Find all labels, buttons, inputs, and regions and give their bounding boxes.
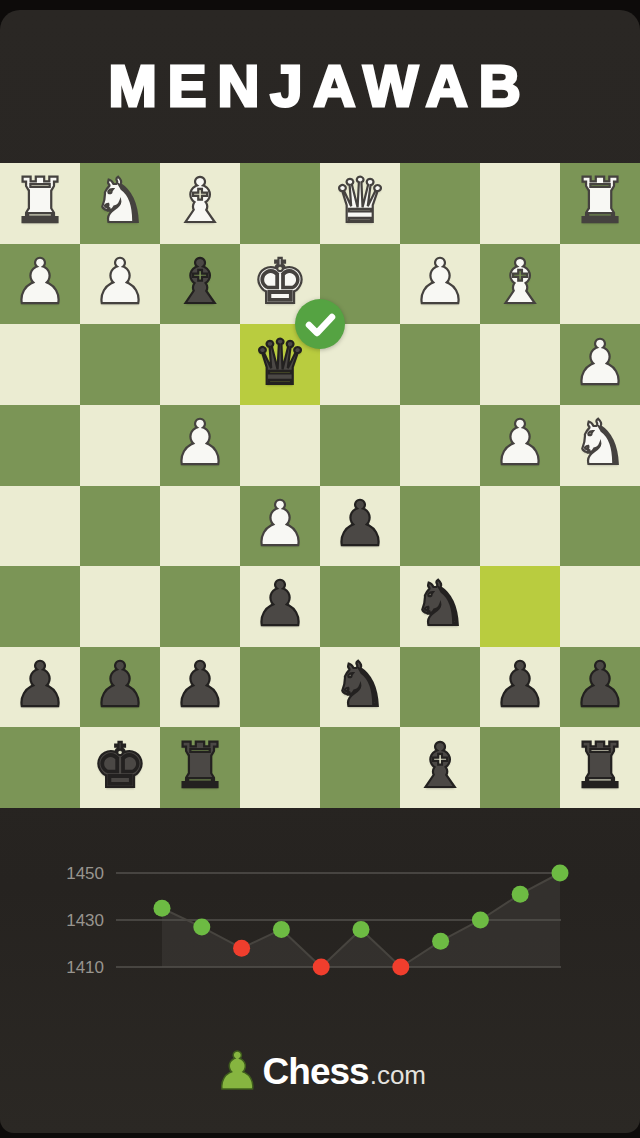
- footer: ♟ Chess .com: [0, 1040, 640, 1125]
- square-e4[interactable]: [240, 405, 320, 486]
- square-h4[interactable]: [0, 405, 80, 486]
- square-b8[interactable]: [480, 727, 560, 808]
- square-g8[interactable]: ♚: [80, 727, 160, 808]
- rating-point-2-win: [193, 919, 210, 936]
- square-c7[interactable]: [400, 647, 480, 728]
- rating-point-11-win: [552, 865, 569, 882]
- square-h8[interactable]: [0, 727, 80, 808]
- square-f4[interactable]: ♟: [160, 405, 240, 486]
- rating-point-9-win: [472, 912, 489, 929]
- square-a3[interactable]: ♟: [560, 324, 640, 405]
- white-pawn-piece[interactable]: ♟: [92, 251, 148, 313]
- square-g5[interactable]: [80, 486, 160, 567]
- square-h7[interactable]: ♟: [0, 647, 80, 728]
- rating-point-7-loss: [392, 959, 409, 976]
- square-g2[interactable]: ♟: [80, 244, 160, 325]
- square-g7[interactable]: ♟: [80, 647, 160, 728]
- square-g1[interactable]: ♞: [80, 163, 160, 244]
- chess-board: ♜♞♝♛♜♟♟♝♚♟♝♛♟♟♟♞♟♟♟♞♟♟♟♞♟♟♚♜♝♜: [0, 163, 640, 808]
- rating-point-8-win: [432, 933, 449, 950]
- square-h5[interactable]: [0, 486, 80, 567]
- chesscom-pawn-icon: ♟: [214, 1045, 261, 1097]
- square-f6[interactable]: [160, 566, 240, 647]
- square-a1[interactable]: ♜: [560, 163, 640, 244]
- chesscom-logo-text: Chess: [263, 1051, 369, 1093]
- white-knight-piece[interactable]: ♞: [572, 412, 628, 474]
- square-a4[interactable]: ♞: [560, 405, 640, 486]
- square-f1[interactable]: ♝: [160, 163, 240, 244]
- square-c4[interactable]: [400, 405, 480, 486]
- page-title: MENJAWAB: [108, 52, 531, 119]
- rating-point-5-loss: [313, 959, 330, 976]
- square-f5[interactable]: [160, 486, 240, 567]
- square-c8[interactable]: ♝: [400, 727, 480, 808]
- black-pawn-piece[interactable]: ♟: [172, 654, 228, 716]
- black-pawn-piece[interactable]: ♟: [92, 654, 148, 716]
- white-pawn-piece[interactable]: ♟: [412, 251, 468, 313]
- white-rook-piece[interactable]: ♜: [12, 170, 68, 232]
- rating-chart: 145014301410: [0, 800, 640, 1020]
- square-h2[interactable]: ♟: [0, 244, 80, 325]
- white-rook-piece[interactable]: ♜: [572, 170, 628, 232]
- white-pawn-piece[interactable]: ♟: [252, 493, 308, 555]
- square-b3[interactable]: [480, 324, 560, 405]
- square-f7[interactable]: ♟: [160, 647, 240, 728]
- square-a8[interactable]: ♜: [560, 727, 640, 808]
- black-rook-piece[interactable]: ♜: [172, 735, 228, 797]
- square-d5[interactable]: ♟: [320, 486, 400, 567]
- black-king-piece[interactable]: ♚: [92, 735, 148, 797]
- white-bishop-piece[interactable]: ♝: [172, 170, 228, 232]
- square-h3[interactable]: [0, 324, 80, 405]
- white-pawn-piece[interactable]: ♟: [172, 412, 228, 474]
- square-g6[interactable]: [80, 566, 160, 647]
- rating-point-1-win: [154, 900, 171, 917]
- square-d8[interactable]: [320, 727, 400, 808]
- square-a7[interactable]: ♟: [560, 647, 640, 728]
- square-h1[interactable]: ♜: [0, 163, 80, 244]
- black-pawn-piece[interactable]: ♟: [332, 493, 388, 555]
- square-f2[interactable]: ♝: [160, 244, 240, 325]
- square-d6[interactable]: [320, 566, 400, 647]
- square-d7[interactable]: ♞: [320, 647, 400, 728]
- square-c5[interactable]: [400, 486, 480, 567]
- square-e1[interactable]: [240, 163, 320, 244]
- square-b1[interactable]: [480, 163, 560, 244]
- square-h6[interactable]: [0, 566, 80, 647]
- square-e7[interactable]: [240, 647, 320, 728]
- square-b2[interactable]: ♝: [480, 244, 560, 325]
- square-e8[interactable]: [240, 727, 320, 808]
- y-tick-label-1430: 1430: [66, 911, 104, 930]
- rating-point-10-win: [512, 886, 529, 903]
- black-pawn-piece[interactable]: ♟: [492, 654, 548, 716]
- square-d4[interactable]: [320, 405, 400, 486]
- square-c2[interactable]: ♟: [400, 244, 480, 325]
- square-f8[interactable]: ♜: [160, 727, 240, 808]
- black-pawn-piece[interactable]: ♟: [12, 654, 68, 716]
- black-knight-piece[interactable]: ♞: [332, 654, 388, 716]
- square-a6[interactable]: [560, 566, 640, 647]
- black-rook-piece[interactable]: ♜: [572, 735, 628, 797]
- chesscom-logo-suffix: .com: [370, 1060, 426, 1091]
- square-f3[interactable]: [160, 324, 240, 405]
- square-e5[interactable]: ♟: [240, 486, 320, 567]
- black-bishop-piece[interactable]: ♝: [412, 735, 468, 797]
- y-tick-label-1450: 1450: [66, 864, 104, 883]
- black-knight-piece[interactable]: ♞: [412, 573, 468, 635]
- square-b5[interactable]: [480, 486, 560, 567]
- white-knight-piece[interactable]: ♞: [92, 170, 148, 232]
- square-c3[interactable]: [400, 324, 480, 405]
- square-d1[interactable]: ♛: [320, 163, 400, 244]
- rating-point-4-win: [273, 921, 290, 938]
- white-queen-piece[interactable]: ♛: [332, 170, 388, 232]
- square-b4[interactable]: ♟: [480, 405, 560, 486]
- rating-point-6-win: [353, 921, 370, 938]
- white-pawn-piece[interactable]: ♟: [12, 251, 68, 313]
- white-pawn-piece[interactable]: ♟: [492, 412, 548, 474]
- square-c1[interactable]: [400, 163, 480, 244]
- square-a2[interactable]: [560, 244, 640, 325]
- square-g4[interactable]: [80, 405, 160, 486]
- white-bishop-piece[interactable]: ♝: [492, 251, 548, 313]
- story-card: MENJAWAB ♜♞♝♛♜♟♟♝♚♟♝♛♟♟♟♞♟♟♟♞♟♟♟♞♟♟♚♜♝♜ …: [0, 10, 640, 1133]
- black-bishop-piece[interactable]: ♝: [172, 251, 228, 313]
- black-pawn-piece[interactable]: ♟: [252, 573, 308, 635]
- square-c6[interactable]: ♞: [400, 566, 480, 647]
- square-g3[interactable]: [80, 324, 160, 405]
- square-b6[interactable]: [480, 566, 560, 647]
- white-pawn-piece[interactable]: ♟: [572, 332, 628, 394]
- header: MENJAWAB: [0, 30, 640, 140]
- black-pawn-piece[interactable]: ♟: [572, 654, 628, 716]
- rating-point-3-loss: [233, 940, 250, 957]
- square-b7[interactable]: ♟: [480, 647, 560, 728]
- correct-move-checkmark-icon: [294, 298, 346, 350]
- y-tick-label-1410: 1410: [66, 958, 104, 977]
- square-a5[interactable]: [560, 486, 640, 567]
- square-e6[interactable]: ♟: [240, 566, 320, 647]
